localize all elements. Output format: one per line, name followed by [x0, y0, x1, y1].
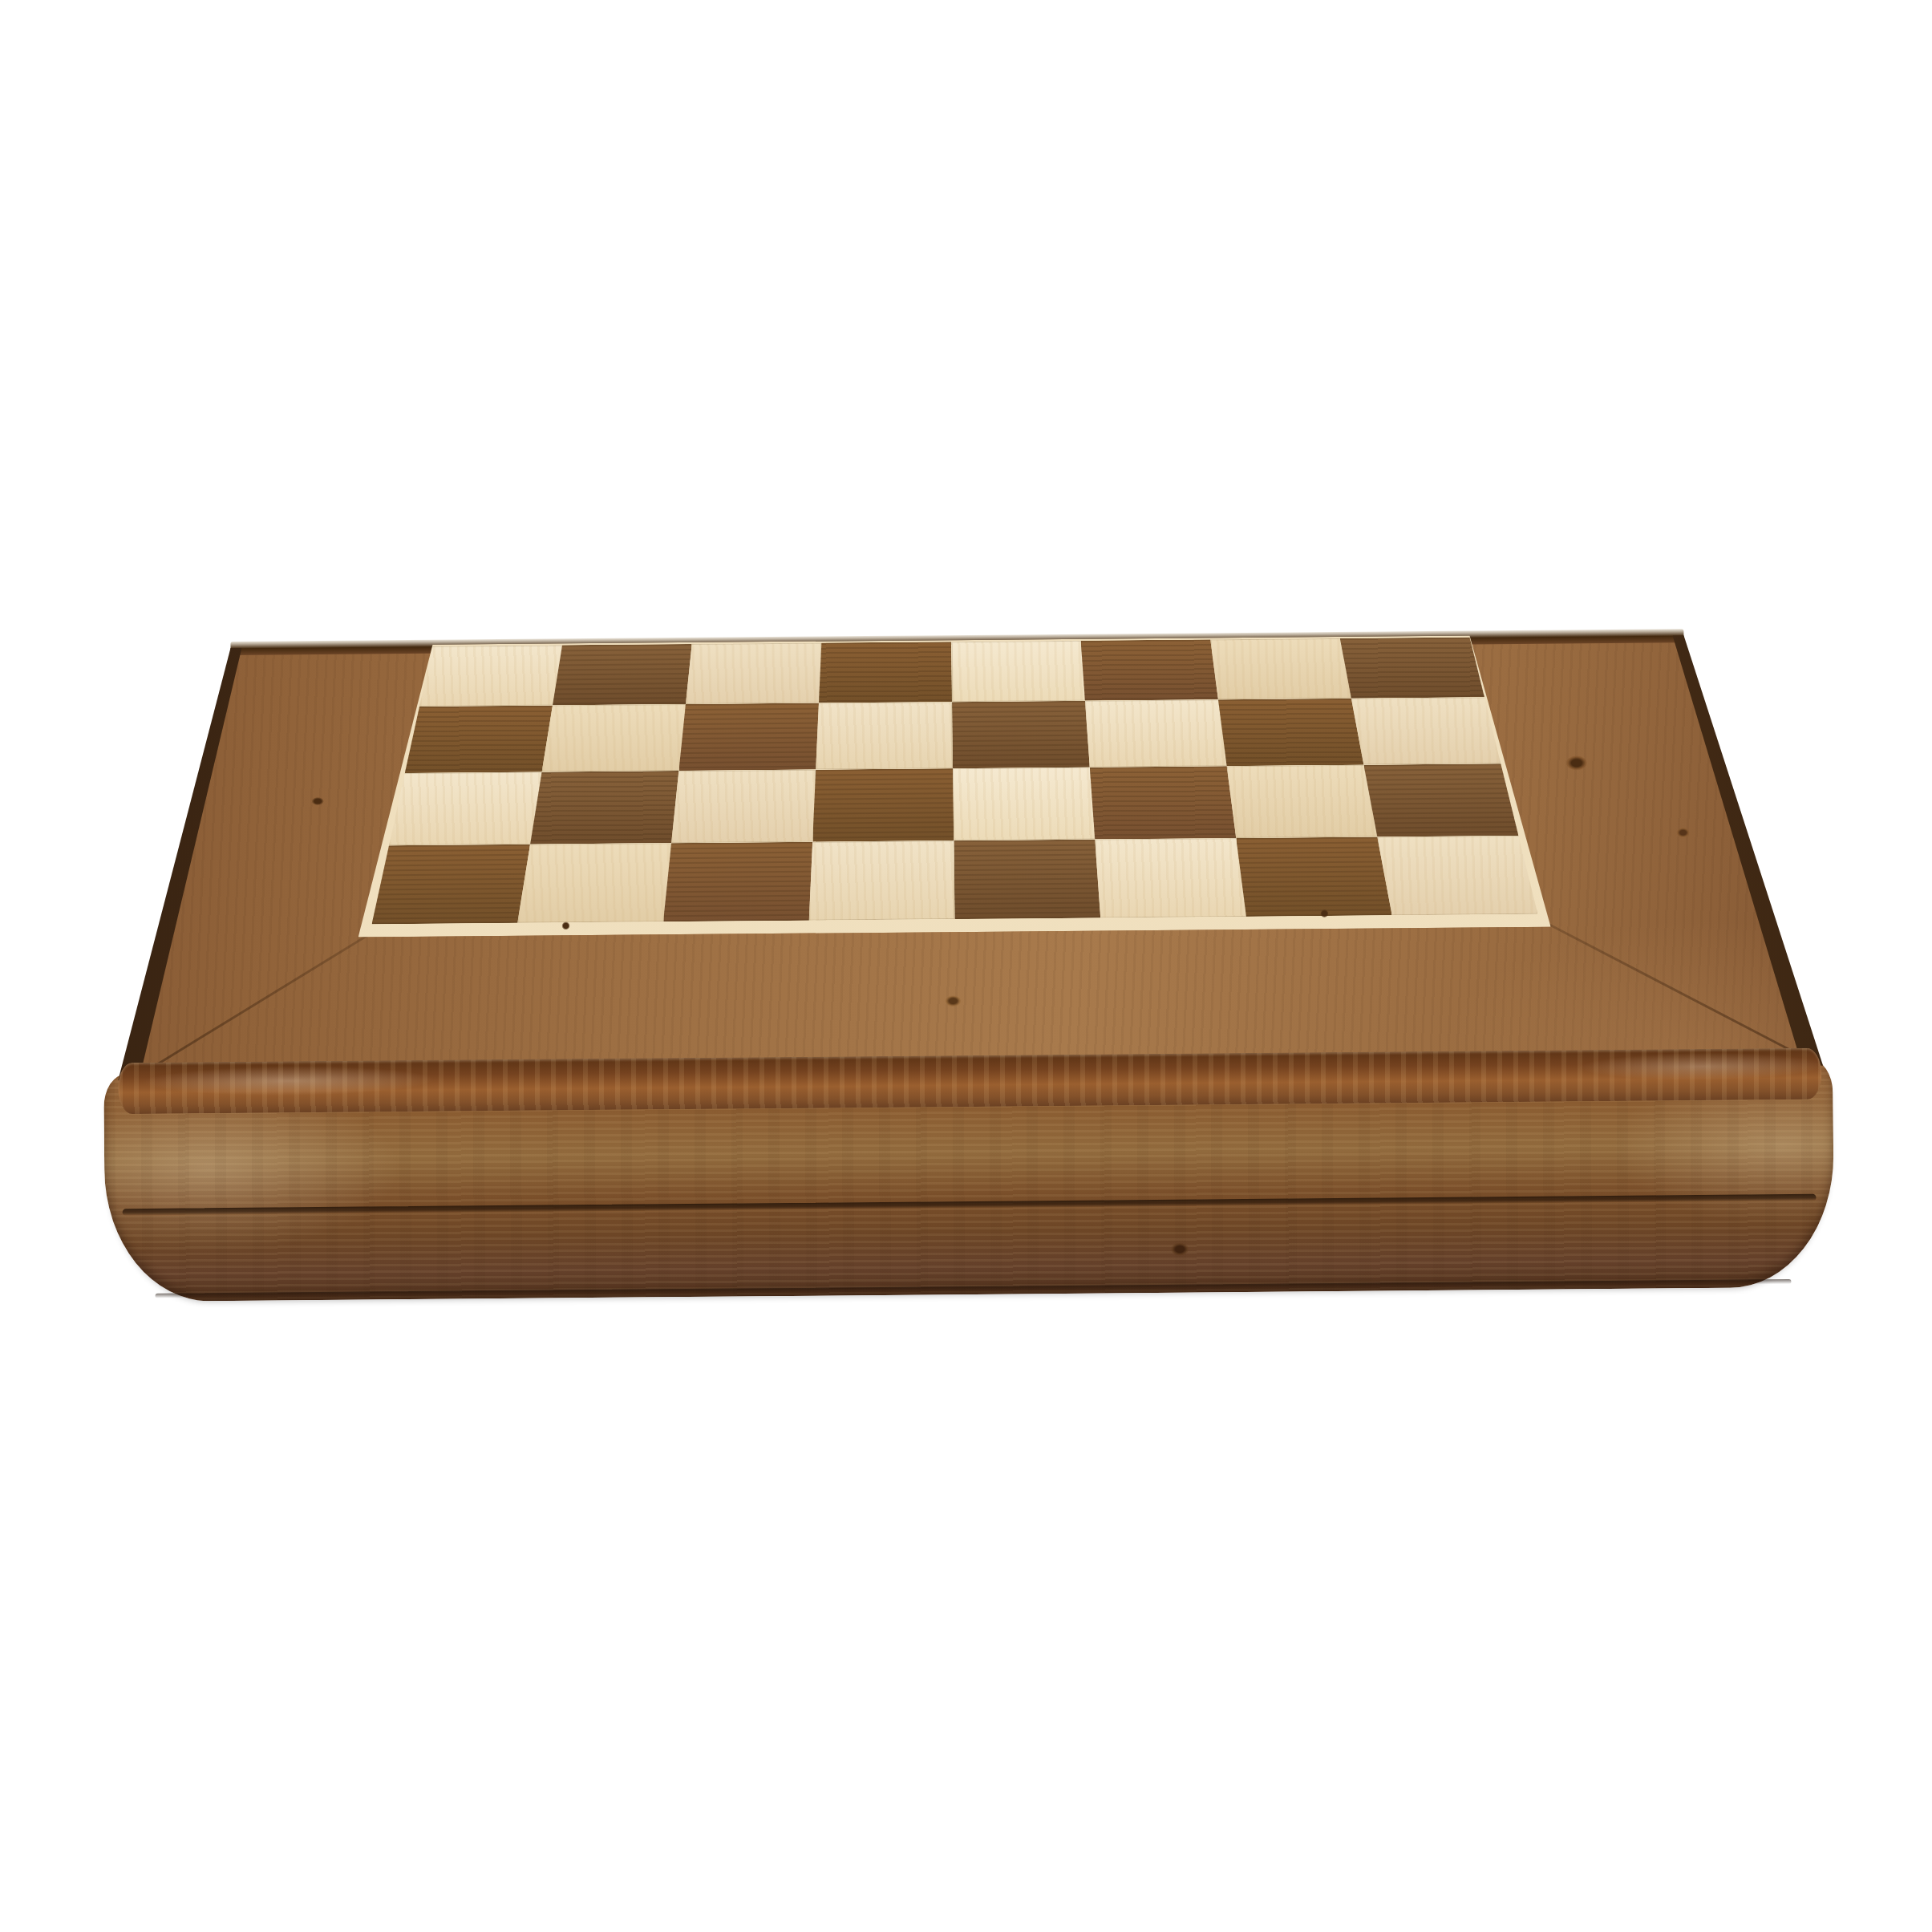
board-square: [678, 703, 820, 772]
border-speck: [1320, 909, 1328, 917]
board-square: [404, 705, 553, 773]
board-square: [388, 772, 542, 846]
board-square: [952, 701, 1090, 768]
board-square: [1090, 766, 1236, 840]
board-square: [1085, 699, 1227, 768]
wood-knot: [1171, 1243, 1189, 1256]
board-square: [953, 768, 1095, 841]
board-square: [552, 644, 692, 706]
board-square: [670, 770, 816, 844]
board-square: [1351, 697, 1501, 765]
chessboard: [0, 0, 1932, 1932]
board-square: [516, 843, 672, 923]
board-square: [1236, 836, 1391, 917]
wood-knot: [1677, 828, 1690, 837]
board-square: [812, 768, 954, 842]
board-square: [371, 844, 531, 925]
board-square: [1340, 637, 1484, 699]
board-square: [529, 771, 679, 844]
border-speck: [562, 921, 570, 930]
board-square: [541, 704, 687, 772]
board-square: [815, 702, 953, 769]
board-square: [951, 641, 1085, 702]
board-square: [1095, 838, 1246, 918]
board-square: [419, 645, 562, 707]
board-square: [954, 840, 1100, 920]
board-square: [1363, 763, 1518, 837]
product-photo: [0, 0, 1932, 1932]
chess-box: [0, 0, 1932, 1932]
board-square: [685, 643, 822, 704]
board-square: [1210, 638, 1351, 700]
board-square: [1218, 699, 1364, 767]
board-square: [1377, 836, 1537, 916]
board-square: [1227, 765, 1378, 839]
board-square: [1081, 639, 1218, 700]
board-square: [818, 642, 952, 703]
board-square: [662, 842, 813, 922]
board-square: [808, 840, 955, 921]
